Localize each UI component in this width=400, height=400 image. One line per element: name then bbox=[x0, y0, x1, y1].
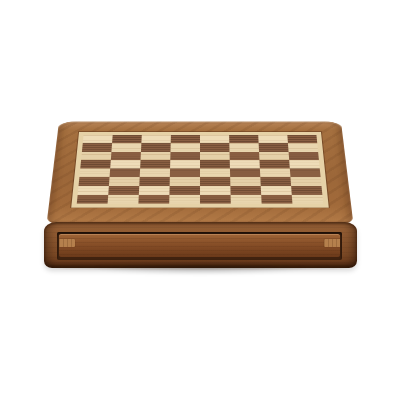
square-c1 bbox=[138, 195, 169, 204]
square-h1 bbox=[292, 195, 323, 204]
product-photo bbox=[0, 0, 400, 400]
square-a7 bbox=[82, 143, 112, 151]
board-maple-border bbox=[71, 132, 329, 208]
square-f2 bbox=[230, 186, 261, 195]
drop-shadow bbox=[48, 263, 352, 279]
square-e5 bbox=[200, 160, 230, 168]
finger-joint-left bbox=[59, 239, 75, 247]
drawer-recess bbox=[57, 232, 342, 260]
square-g1 bbox=[261, 195, 292, 204]
square-c3 bbox=[139, 177, 170, 186]
square-g8 bbox=[258, 135, 288, 143]
square-b6 bbox=[111, 152, 141, 160]
square-a4 bbox=[79, 168, 110, 177]
square-g2 bbox=[261, 186, 292, 195]
square-f4 bbox=[230, 168, 260, 177]
square-c4 bbox=[140, 168, 170, 177]
square-d3 bbox=[170, 177, 200, 186]
square-a3 bbox=[79, 177, 110, 186]
square-b7 bbox=[111, 143, 141, 151]
square-g3 bbox=[260, 177, 291, 186]
square-a6 bbox=[81, 152, 111, 160]
square-d5 bbox=[170, 160, 200, 168]
square-f5 bbox=[230, 160, 260, 168]
square-e3 bbox=[200, 177, 230, 186]
square-d6 bbox=[170, 152, 200, 160]
square-b4 bbox=[110, 168, 141, 177]
square-e6 bbox=[200, 152, 230, 160]
square-f6 bbox=[230, 152, 260, 160]
square-c7 bbox=[141, 143, 171, 151]
square-a8 bbox=[83, 135, 113, 143]
square-a1 bbox=[77, 195, 108, 204]
square-d1 bbox=[169, 195, 200, 204]
square-h8 bbox=[287, 135, 317, 143]
square-c6 bbox=[141, 152, 171, 160]
box-front-face bbox=[44, 222, 357, 268]
square-c8 bbox=[141, 135, 171, 143]
square-f1 bbox=[231, 195, 262, 204]
square-h7 bbox=[288, 143, 318, 151]
square-e2 bbox=[200, 186, 231, 195]
square-a2 bbox=[78, 186, 109, 195]
board-top-surface bbox=[46, 122, 353, 225]
square-b3 bbox=[109, 177, 140, 186]
square-g4 bbox=[260, 168, 291, 177]
board-frame bbox=[46, 122, 353, 225]
square-d8 bbox=[171, 135, 200, 143]
square-h6 bbox=[289, 152, 319, 160]
square-b8 bbox=[112, 135, 142, 143]
square-d4 bbox=[170, 168, 200, 177]
square-e8 bbox=[200, 135, 229, 143]
square-h3 bbox=[290, 177, 321, 186]
square-f3 bbox=[230, 177, 261, 186]
square-f7 bbox=[229, 143, 259, 151]
square-b1 bbox=[108, 195, 139, 204]
square-h5 bbox=[289, 160, 320, 168]
square-h2 bbox=[291, 186, 322, 195]
square-g7 bbox=[259, 143, 289, 151]
finger-joint-right bbox=[324, 239, 340, 247]
square-b5 bbox=[110, 160, 140, 168]
square-c2 bbox=[139, 186, 170, 195]
square-g5 bbox=[259, 160, 289, 168]
square-d7 bbox=[170, 143, 200, 151]
square-d2 bbox=[169, 186, 200, 195]
square-e7 bbox=[200, 143, 230, 151]
chess-board bbox=[77, 135, 323, 203]
square-e1 bbox=[200, 195, 231, 204]
square-a5 bbox=[80, 160, 111, 168]
square-g6 bbox=[259, 152, 289, 160]
square-f8 bbox=[229, 135, 259, 143]
square-b2 bbox=[108, 186, 139, 195]
square-e4 bbox=[200, 168, 230, 177]
drawer-front bbox=[59, 234, 340, 257]
square-h4 bbox=[290, 168, 321, 177]
square-c5 bbox=[140, 160, 170, 168]
